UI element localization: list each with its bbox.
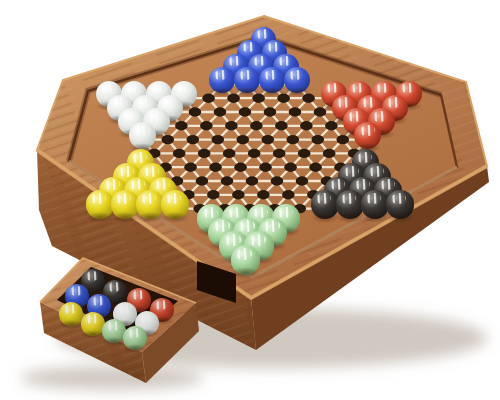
hole[interactable] xyxy=(286,135,299,144)
hole[interactable] xyxy=(309,163,322,172)
hole[interactable] xyxy=(289,107,302,116)
hole[interactable] xyxy=(296,176,309,185)
marble-black[interactable] xyxy=(336,190,364,218)
hole[interactable] xyxy=(239,107,252,116)
hole[interactable] xyxy=(323,149,336,158)
hole[interactable] xyxy=(250,121,263,130)
hole[interactable] xyxy=(298,149,311,158)
hole[interactable] xyxy=(186,135,199,144)
hole[interactable] xyxy=(184,163,197,172)
hole[interactable] xyxy=(311,135,324,144)
hole[interactable] xyxy=(207,190,220,199)
hole[interactable] xyxy=(273,149,286,158)
hole[interactable] xyxy=(257,190,270,199)
chinese-checkers-board-photo xyxy=(0,0,500,400)
hole[interactable] xyxy=(214,107,227,116)
hole[interactable] xyxy=(275,121,288,130)
marble-black[interactable] xyxy=(361,190,389,218)
marble-yellow[interactable] xyxy=(161,190,189,218)
hole[interactable] xyxy=(236,135,249,144)
hole[interactable] xyxy=(209,163,222,172)
marble-yellow[interactable] xyxy=(86,190,114,218)
hole[interactable] xyxy=(200,121,213,130)
hole[interactable] xyxy=(223,149,236,158)
hole[interactable] xyxy=(271,176,284,185)
marble-black[interactable] xyxy=(386,190,414,218)
marble-black[interactable] xyxy=(311,190,339,218)
hole[interactable] xyxy=(234,163,247,172)
marble-yellow[interactable] xyxy=(111,190,139,218)
hole[interactable] xyxy=(232,190,245,199)
hole[interactable] xyxy=(264,107,277,116)
hole[interactable] xyxy=(225,121,238,130)
marble-green[interactable] xyxy=(123,326,147,350)
hole[interactable] xyxy=(284,163,297,172)
hole[interactable] xyxy=(196,176,209,185)
marble-yellow[interactable] xyxy=(59,302,83,326)
marble-green[interactable] xyxy=(231,245,260,274)
hole[interactable] xyxy=(221,176,234,185)
drawer-shadow xyxy=(20,366,204,390)
marble-blue[interactable] xyxy=(259,67,285,93)
hole[interactable] xyxy=(248,149,261,158)
hole[interactable] xyxy=(211,135,224,144)
hole[interactable] xyxy=(259,163,272,172)
hole[interactable] xyxy=(198,149,211,158)
hole[interactable] xyxy=(282,190,295,199)
hole[interactable] xyxy=(300,121,313,130)
marble-yellow[interactable] xyxy=(136,190,164,218)
hole[interactable] xyxy=(261,135,274,144)
hole[interactable] xyxy=(173,149,186,158)
marble-blue[interactable] xyxy=(209,67,235,93)
hole[interactable] xyxy=(246,176,259,185)
marble-white[interactable] xyxy=(129,122,156,149)
marble-red[interactable] xyxy=(354,122,381,149)
marble-blue[interactable] xyxy=(234,67,260,93)
marble-blue[interactable] xyxy=(284,67,310,93)
